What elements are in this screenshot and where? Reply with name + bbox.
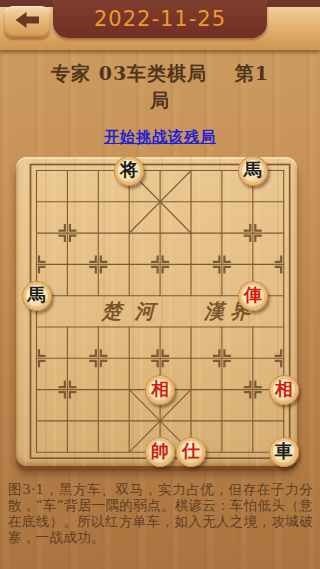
- piece-red-elephant: 相: [269, 375, 299, 405]
- start-challenge-link-wrap: 开始挑战该残局: [0, 127, 320, 147]
- piece-glyph: 俥: [244, 286, 262, 304]
- piece-red-chariot: 俥: [238, 281, 268, 311]
- screen: 2022-11-25 专家 03车类棋局 第1 局 开始挑战该残局 楚河 漢界 …: [0, 0, 320, 569]
- piece-black-horse: 馬: [22, 281, 52, 311]
- start-challenge-link[interactable]: 开始挑战该残局: [104, 128, 216, 146]
- page-title-line2: 局: [10, 87, 310, 114]
- piece-glyph: 仕: [182, 442, 200, 460]
- piece-glyph: 相: [275, 380, 293, 398]
- description-text: 图3·1，黑方车、双马，实力占优，但存在子力分散，“车”背居一隅的弱点。棋谚云：…: [8, 481, 313, 545]
- page-title: 专家 03车类棋局 第1 局: [10, 60, 310, 114]
- date-text: 2022-11-25: [94, 7, 226, 31]
- piece-red-elephant: 相: [145, 375, 175, 405]
- piece-black-horse: 馬: [238, 156, 268, 186]
- piece-black-chariot: 車: [269, 437, 299, 467]
- piece-glyph: 帥: [151, 442, 169, 460]
- date-banner: 2022-11-25: [53, 0, 267, 38]
- xiangqi-board: 楚河 漢界 将馬馬俥相相帥仕車: [16, 157, 297, 466]
- piece-glyph: 馬: [244, 161, 262, 179]
- piece-glyph: 相: [151, 380, 169, 398]
- river-label-left: 楚河: [75, 298, 181, 325]
- header: 2022-11-25: [0, 0, 320, 50]
- back-arrow-icon: [14, 11, 40, 33]
- page-title-line1: 专家 03车类棋局 第1: [10, 60, 310, 87]
- back-button[interactable]: [4, 6, 50, 38]
- piece-glyph: 馬: [28, 286, 46, 304]
- piece-glyph: 車: [275, 442, 293, 460]
- piece-glyph: 将: [120, 161, 138, 179]
- piece-black-general: 将: [114, 156, 144, 186]
- piece-red-advisor: 仕: [176, 437, 206, 467]
